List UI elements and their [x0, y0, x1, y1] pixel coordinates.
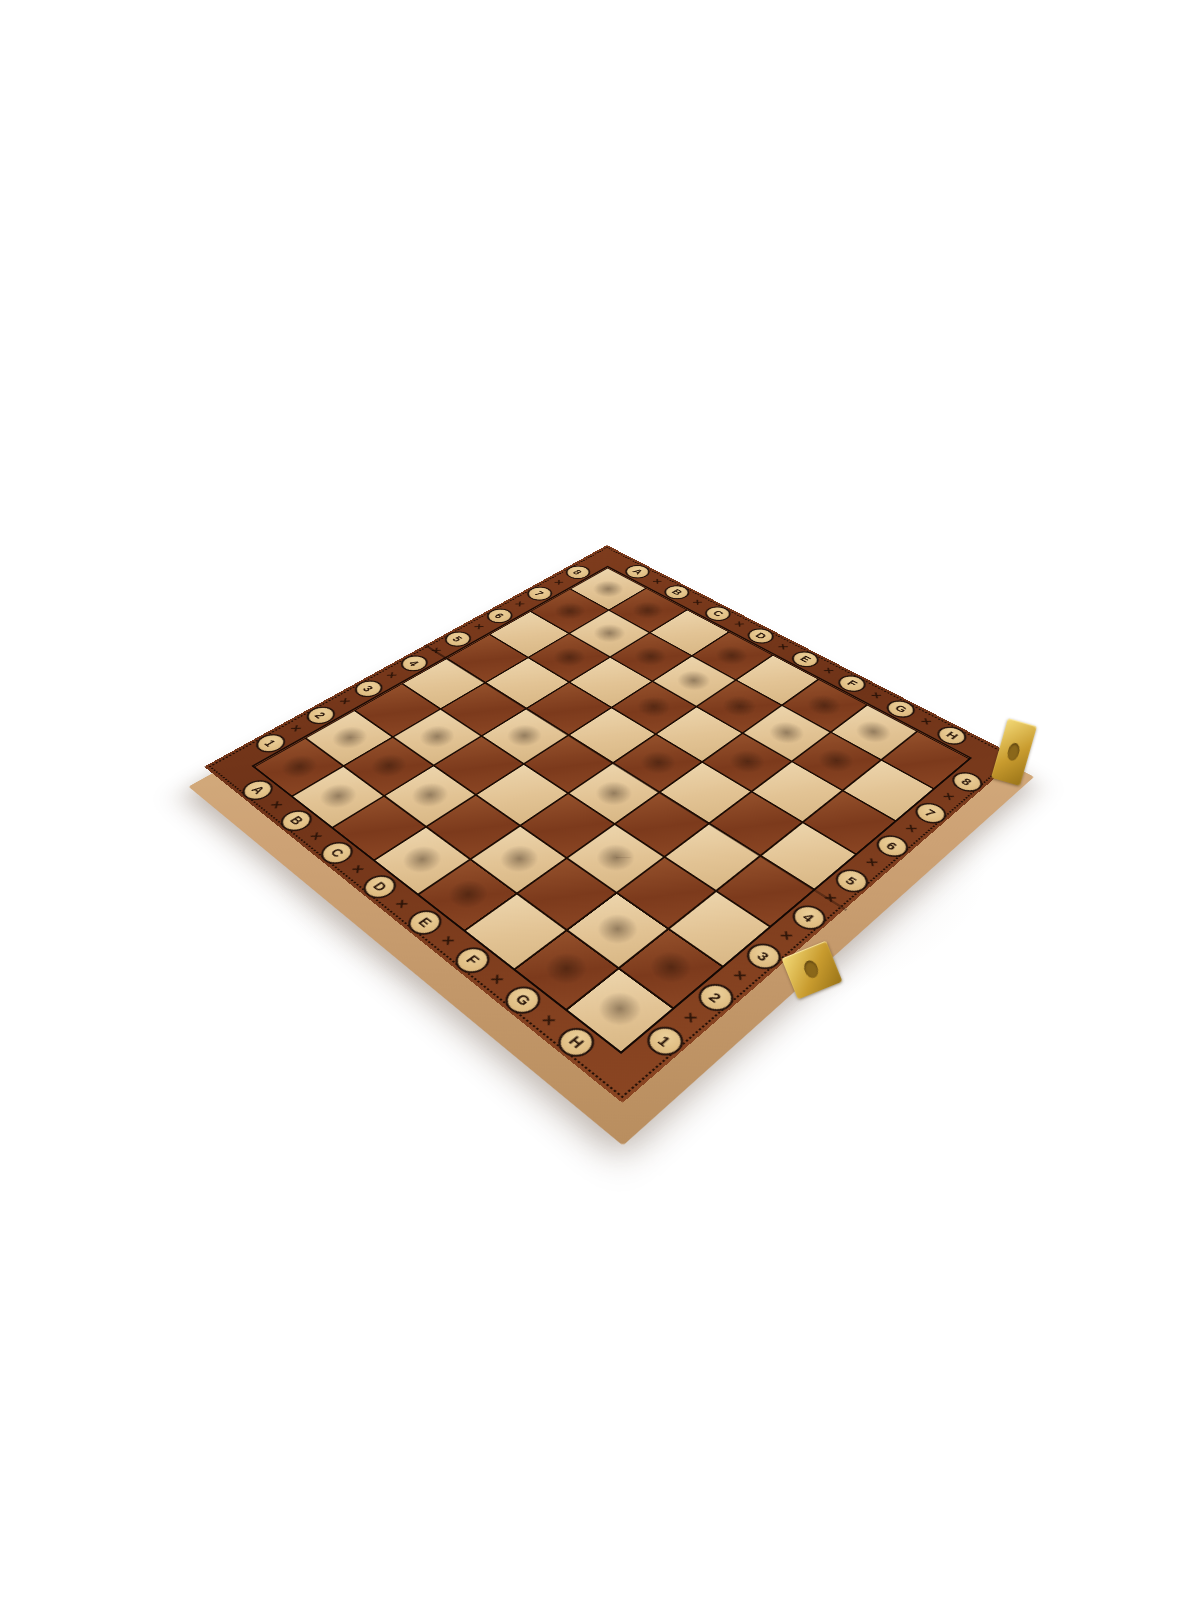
scene: ♜♞♛♞♜♟♝♟♚♟♝♟♟♟♟♟♝♟♟♟♟♝♟♟♟♟♜♞♛♚♞♜ AA88✕✕✕… [0, 0, 1200, 1600]
pawn-glyph: ♟ [816, 719, 857, 765]
rope-x-decoration: ✕ [437, 933, 458, 949]
rope-x-decoration: ✕ [267, 799, 287, 812]
pawn-glyph: ♟ [417, 696, 457, 741]
rook-glyph: ♜ [851, 686, 896, 737]
product-photo-page: ♜♞♛♞♜♟♝♟♚♟♝♟♟♟♟♟♝♟♟♟♟♝♟♟♟♟♜♞♛♚♞♜ AA88✕✕✕… [0, 0, 1200, 1600]
board-grid: ♜♞♛♞♜♟♝♟♚♟♝♟♟♟♟♟♝♟♟♟♟♝♟♟♟♟♜♞♛♚♞♜ [254, 568, 970, 1053]
rope-x-decoration: ✕ [918, 716, 935, 727]
chess-board: ♜♞♛♞♜♟♝♟♚♟♝♟♟♟♟♟♝♟♟♟♟♝♟♟♟♟♜♞♛♚♞♜ AA88✕✕✕… [204, 545, 1018, 1103]
rope-x-decoration: ✕ [486, 971, 508, 988]
rope-x-decoration: ✕ [537, 1012, 559, 1030]
pawn-glyph: ♟ [726, 720, 767, 766]
rope-x-decoration: ✕ [775, 642, 791, 652]
pawn-glyph: ♟ [594, 882, 641, 934]
pawn-glyph: ♟ [637, 721, 678, 767]
rook-glyph: ♜ [592, 952, 648, 1015]
pawn-glyph: ♟ [632, 619, 670, 661]
rope-x-decoration: ✕ [729, 967, 750, 984]
rope-x-decoration: ✕ [306, 830, 326, 843]
bishop-glyph: ♝ [365, 716, 414, 770]
rope-x-decoration: ✕ [471, 622, 487, 631]
file-label-top-H: H [932, 723, 972, 749]
rope-x-decoration: ✕ [690, 598, 706, 607]
rope-x-decoration: ✕ [391, 897, 412, 912]
pawn-glyph: ♟ [634, 668, 673, 712]
pawn-glyph: ♟ [409, 753, 451, 800]
square-f6[interactable]: ♟ [704, 734, 790, 790]
knight-glyph: ♞ [314, 748, 362, 801]
rope-x-decoration: ✕ [902, 822, 921, 835]
king-glyph: ♚ [437, 831, 499, 900]
bishop-glyph: ♝ [588, 589, 631, 637]
pawn-glyph: ♟ [593, 813, 638, 863]
pawn-glyph: ♟ [550, 620, 588, 662]
rope-x-decoration: ✕ [862, 855, 881, 869]
rope-x-decoration: ✕ [383, 670, 400, 680]
bishop-glyph: ♝ [763, 685, 810, 738]
bishop-glyph: ♝ [501, 688, 548, 741]
pawn-glyph: ♟ [720, 667, 759, 711]
knight-glyph: ♞ [627, 569, 668, 614]
pawn-glyph: ♟ [497, 814, 542, 864]
rope-x-decoration: ✕ [679, 1009, 701, 1027]
board-border-frame: ♜♞♛♞♜♟♝♟♚♟♝♟♟♟♟♟♝♟♟♟♟♝♟♟♟♟♜♞♛♚♞♜ AA88✕✕✕… [204, 545, 1018, 1103]
king-glyph: ♚ [668, 627, 720, 685]
pawn-glyph: ♟ [552, 575, 588, 615]
rope-x-decoration: ✕ [347, 862, 367, 876]
rope-x-decoration: ✕ [776, 928, 797, 944]
rope-x-decoration: ✕ [512, 600, 528, 609]
pawn-glyph: ♟ [329, 697, 369, 742]
pawn-glyph: ♟ [593, 751, 635, 798]
pawn-glyph: ♟ [647, 919, 695, 973]
knight-glyph: ♞ [539, 914, 594, 975]
rope-x-decoration: ✕ [940, 790, 958, 803]
